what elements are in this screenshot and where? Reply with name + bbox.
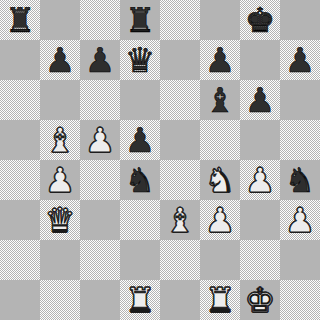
piece-white-pawn[interactable]: ♟ [45, 160, 75, 200]
piece-white-rook[interactable]: ♜ [205, 280, 235, 320]
square-a4[interactable] [0, 160, 40, 200]
piece-black-pawn[interactable]: ♟ [85, 40, 115, 80]
square-b3[interactable]: ♛ [40, 200, 80, 240]
piece-black-rook[interactable]: ♜ [125, 0, 155, 40]
square-h1[interactable] [280, 280, 320, 320]
square-a3[interactable] [0, 200, 40, 240]
square-h2[interactable] [280, 240, 320, 280]
square-h5[interactable] [280, 120, 320, 160]
piece-black-rook[interactable]: ♜ [5, 0, 35, 40]
square-b2[interactable] [40, 240, 80, 280]
square-d4[interactable]: ♞ [120, 160, 160, 200]
piece-black-pawn[interactable]: ♟ [45, 40, 75, 80]
square-g2[interactable] [240, 240, 280, 280]
piece-black-pawn[interactable]: ♟ [245, 80, 275, 120]
square-g7[interactable] [240, 40, 280, 80]
piece-black-pawn[interactable]: ♟ [205, 40, 235, 80]
piece-white-pawn[interactable]: ♟ [245, 160, 275, 200]
square-b4[interactable]: ♟ [40, 160, 80, 200]
square-f8[interactable] [200, 0, 240, 40]
square-e8[interactable] [160, 0, 200, 40]
square-f7[interactable]: ♟ [200, 40, 240, 80]
chess-board: ♜♜♚♟♟♛♟♟♝♟♝♟♟♟♞♞♟♞♛♝♟♟♜♜♚ [0, 0, 320, 320]
square-g8[interactable]: ♚ [240, 0, 280, 40]
square-c3[interactable] [80, 200, 120, 240]
square-c7[interactable]: ♟ [80, 40, 120, 80]
square-d2[interactable] [120, 240, 160, 280]
square-e5[interactable] [160, 120, 200, 160]
square-g6[interactable]: ♟ [240, 80, 280, 120]
piece-white-king[interactable]: ♚ [245, 280, 275, 320]
piece-white-rook[interactable]: ♜ [125, 280, 155, 320]
square-a2[interactable] [0, 240, 40, 280]
square-b5[interactable]: ♝ [40, 120, 80, 160]
square-h7[interactable]: ♟ [280, 40, 320, 80]
square-c5[interactable]: ♟ [80, 120, 120, 160]
square-e7[interactable] [160, 40, 200, 80]
square-f6[interactable]: ♝ [200, 80, 240, 120]
piece-white-knight[interactable]: ♞ [205, 160, 235, 200]
square-b1[interactable] [40, 280, 80, 320]
piece-black-king[interactable]: ♚ [245, 0, 275, 40]
piece-white-queen[interactable]: ♛ [45, 200, 75, 240]
square-e3[interactable]: ♝ [160, 200, 200, 240]
square-h3[interactable]: ♟ [280, 200, 320, 240]
square-a1[interactable] [0, 280, 40, 320]
square-d6[interactable] [120, 80, 160, 120]
square-g4[interactable]: ♟ [240, 160, 280, 200]
square-b7[interactable]: ♟ [40, 40, 80, 80]
square-c1[interactable] [80, 280, 120, 320]
piece-white-pawn[interactable]: ♟ [285, 200, 315, 240]
square-g1[interactable]: ♚ [240, 280, 280, 320]
square-a7[interactable] [0, 40, 40, 80]
square-a8[interactable]: ♜ [0, 0, 40, 40]
piece-white-bishop[interactable]: ♝ [165, 200, 195, 240]
square-f1[interactable]: ♜ [200, 280, 240, 320]
square-h6[interactable] [280, 80, 320, 120]
piece-black-pawn[interactable]: ♟ [285, 40, 315, 80]
square-a5[interactable] [0, 120, 40, 160]
square-b6[interactable] [40, 80, 80, 120]
square-d3[interactable] [120, 200, 160, 240]
square-h8[interactable] [280, 0, 320, 40]
square-e4[interactable] [160, 160, 200, 200]
square-d7[interactable]: ♛ [120, 40, 160, 80]
square-d5[interactable]: ♟ [120, 120, 160, 160]
square-g3[interactable] [240, 200, 280, 240]
piece-black-queen[interactable]: ♛ [125, 40, 155, 80]
piece-black-knight[interactable]: ♞ [125, 160, 155, 200]
chess-board-window: ♜♜♚♟♟♛♟♟♝♟♝♟♟♟♞♞♟♞♛♝♟♟♜♜♚ [0, 0, 320, 320]
square-e1[interactable] [160, 280, 200, 320]
piece-white-bishop[interactable]: ♝ [45, 120, 75, 160]
square-g5[interactable] [240, 120, 280, 160]
square-f3[interactable]: ♟ [200, 200, 240, 240]
square-d8[interactable]: ♜ [120, 0, 160, 40]
square-e6[interactable] [160, 80, 200, 120]
square-c2[interactable] [80, 240, 120, 280]
square-h4[interactable]: ♞ [280, 160, 320, 200]
piece-black-knight[interactable]: ♞ [285, 160, 315, 200]
square-c6[interactable] [80, 80, 120, 120]
square-f2[interactable] [200, 240, 240, 280]
square-f5[interactable] [200, 120, 240, 160]
square-d1[interactable]: ♜ [120, 280, 160, 320]
piece-white-pawn[interactable]: ♟ [85, 120, 115, 160]
square-e2[interactable] [160, 240, 200, 280]
square-a6[interactable] [0, 80, 40, 120]
square-b8[interactable] [40, 0, 80, 40]
piece-white-pawn[interactable]: ♟ [205, 200, 235, 240]
square-c8[interactable] [80, 0, 120, 40]
square-f4[interactable]: ♞ [200, 160, 240, 200]
square-c4[interactable] [80, 160, 120, 200]
piece-black-pawn[interactable]: ♟ [125, 120, 155, 160]
piece-black-bishop[interactable]: ♝ [205, 80, 235, 120]
